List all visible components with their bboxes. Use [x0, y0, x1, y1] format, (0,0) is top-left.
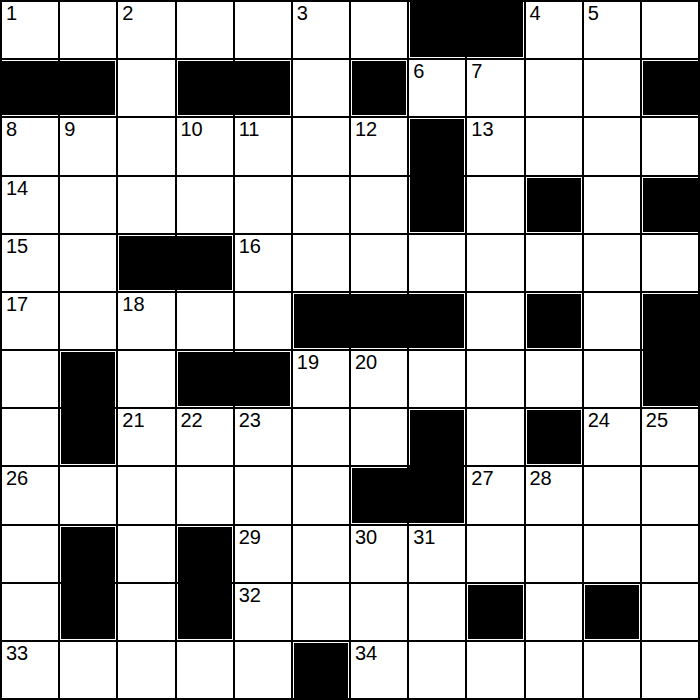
clue-number-31: 31 [413, 527, 435, 548]
block-r7c4 [177, 351, 233, 407]
block-r12c6 [293, 642, 349, 698]
clue-number-15: 15 [6, 236, 28, 257]
block-r2c2 [60, 60, 116, 116]
cell-r9c10[interactable]: 28 [526, 467, 582, 523]
cell-r2c10[interactable] [526, 60, 582, 116]
clue-number-14: 14 [6, 178, 28, 199]
clue-number-32: 32 [239, 585, 261, 606]
cell-r12c1[interactable]: 33 [2, 642, 58, 698]
block-r4c12 [642, 177, 698, 233]
cell-r8c1[interactable] [2, 409, 58, 465]
cell-r3c9[interactable]: 13 [467, 118, 523, 174]
cell-r8c6[interactable] [293, 409, 349, 465]
cell-r10c12[interactable] [642, 526, 698, 582]
cell-r4c7[interactable] [351, 177, 407, 233]
cell-r1c4[interactable] [177, 2, 233, 58]
cell-r1c3[interactable]: 2 [118, 2, 174, 58]
clue-number-24: 24 [588, 410, 610, 431]
block-r5c4 [177, 235, 233, 291]
clue-number-23: 23 [239, 410, 261, 431]
cell-r11c6[interactable] [293, 584, 349, 640]
block-r2c12 [642, 60, 698, 116]
block-r7c12 [642, 351, 698, 407]
block-r1c9 [467, 2, 523, 58]
clue-number-19: 19 [297, 352, 319, 373]
cell-r11c12[interactable] [642, 584, 698, 640]
cell-r10c8[interactable]: 31 [409, 526, 465, 582]
cell-r7c10[interactable] [526, 351, 582, 407]
block-r6c8 [409, 293, 465, 349]
cell-r1c5[interactable] [235, 2, 291, 58]
cell-r8c12[interactable]: 25 [642, 409, 698, 465]
cell-r9c5[interactable] [235, 467, 291, 523]
clue-number-17: 17 [6, 294, 28, 315]
clue-number-28: 28 [530, 468, 552, 489]
cell-r9c2[interactable] [60, 467, 116, 523]
clue-number-21: 21 [122, 410, 144, 431]
cell-r9c6[interactable] [293, 467, 349, 523]
cell-r9c4[interactable] [177, 467, 233, 523]
block-r11c4 [177, 584, 233, 640]
cell-r3c11[interactable] [584, 118, 640, 174]
cell-r8c11[interactable]: 24 [584, 409, 640, 465]
cell-r6c4[interactable] [177, 293, 233, 349]
cell-r3c6[interactable] [293, 118, 349, 174]
block-r2c5 [235, 60, 291, 116]
block-r11c11 [584, 584, 640, 640]
block-r2c4 [177, 60, 233, 116]
cell-r2c11[interactable] [584, 60, 640, 116]
clue-number-9: 9 [64, 119, 75, 140]
block-r9c8 [409, 467, 465, 523]
cell-r3c1[interactable]: 8 [2, 118, 58, 174]
cell-r6c9[interactable] [467, 293, 523, 349]
cell-r9c12[interactable] [642, 467, 698, 523]
block-r5c3 [118, 235, 174, 291]
clue-number-7: 7 [471, 61, 482, 82]
cell-r5c10[interactable] [526, 235, 582, 291]
cell-r7c3[interactable] [118, 351, 174, 407]
cell-r1c11[interactable]: 5 [584, 2, 640, 58]
cell-r2c6[interactable] [293, 60, 349, 116]
clue-number-18: 18 [122, 294, 144, 315]
clue-number-26: 26 [6, 468, 28, 489]
clue-number-13: 13 [471, 119, 493, 140]
cell-r10c3[interactable] [118, 526, 174, 582]
cell-r5c7[interactable] [351, 235, 407, 291]
cell-r9c11[interactable] [584, 467, 640, 523]
clue-number-12: 12 [355, 119, 377, 140]
cell-r2c3[interactable] [118, 60, 174, 116]
cell-r9c1[interactable]: 26 [2, 467, 58, 523]
cell-r7c11[interactable] [584, 351, 640, 407]
cell-r12c2[interactable] [60, 642, 116, 698]
cell-r1c2[interactable] [60, 2, 116, 58]
block-r11c9 [467, 584, 523, 640]
clue-number-25: 25 [646, 410, 668, 431]
clue-number-6: 6 [413, 61, 424, 82]
cell-r10c1[interactable] [2, 526, 58, 582]
cell-r5c11[interactable] [584, 235, 640, 291]
cell-r7c6[interactable]: 19 [293, 351, 349, 407]
block-r2c7 [351, 60, 407, 116]
cell-r12c10[interactable] [526, 642, 582, 698]
cell-r12c9[interactable] [467, 642, 523, 698]
clue-number-3: 3 [297, 3, 308, 24]
block-r2c1 [2, 60, 58, 116]
block-r11c2 [60, 584, 116, 640]
block-r3c8 [409, 118, 465, 174]
block-r10c2 [60, 526, 116, 582]
cell-r11c10[interactable] [526, 584, 582, 640]
cell-r4c9[interactable] [467, 177, 523, 233]
block-r6c10 [526, 293, 582, 349]
block-r4c10 [526, 177, 582, 233]
cell-r12c4[interactable] [177, 642, 233, 698]
clue-number-1: 1 [6, 3, 17, 24]
cell-r8c7[interactable] [351, 409, 407, 465]
cell-r6c2[interactable] [60, 293, 116, 349]
cell-r8c4[interactable]: 22 [177, 409, 233, 465]
cell-r10c10[interactable] [526, 526, 582, 582]
cell-r4c2[interactable] [60, 177, 116, 233]
cell-r5c5[interactable]: 16 [235, 235, 291, 291]
cell-r5c2[interactable] [60, 235, 116, 291]
cell-r12c7[interactable]: 34 [351, 642, 407, 698]
cell-r8c3[interactable]: 21 [118, 409, 174, 465]
cell-r1c1[interactable]: 1 [2, 2, 58, 58]
cell-r7c1[interactable] [2, 351, 58, 407]
clue-number-4: 4 [530, 3, 541, 24]
cell-r10c9[interactable] [467, 526, 523, 582]
cell-r10c5[interactable]: 29 [235, 526, 291, 582]
cell-r2c9[interactable]: 7 [467, 60, 523, 116]
cell-r9c9[interactable]: 27 [467, 467, 523, 523]
cell-r4c1[interactable]: 14 [2, 177, 58, 233]
block-r6c12 [642, 293, 698, 349]
cell-r12c11[interactable] [584, 642, 640, 698]
cell-r4c11[interactable] [584, 177, 640, 233]
clue-number-2: 2 [122, 3, 133, 24]
cell-r5c9[interactable] [467, 235, 523, 291]
cell-r6c3[interactable]: 18 [118, 293, 174, 349]
cell-r11c1[interactable] [2, 584, 58, 640]
cell-r3c12[interactable] [642, 118, 698, 174]
block-r6c7 [351, 293, 407, 349]
clue-number-16: 16 [239, 236, 261, 257]
cell-r6c5[interactable] [235, 293, 291, 349]
block-r8c2 [60, 409, 116, 465]
cell-r4c3[interactable] [118, 177, 174, 233]
cell-r5c12[interactable] [642, 235, 698, 291]
crossword-board: 1234567891011121314151617181920212223242… [0, 0, 700, 700]
cell-r4c6[interactable] [293, 177, 349, 233]
clue-number-11: 11 [239, 119, 260, 140]
cell-r6c1[interactable]: 17 [2, 293, 58, 349]
block-r10c4 [177, 526, 233, 582]
clue-number-22: 22 [181, 410, 203, 431]
cell-r11c7[interactable] [351, 584, 407, 640]
cell-r3c3[interactable] [118, 118, 174, 174]
cell-r10c11[interactable] [584, 526, 640, 582]
cell-r1c7[interactable] [351, 2, 407, 58]
cell-r3c5[interactable]: 11 [235, 118, 291, 174]
cell-r11c3[interactable] [118, 584, 174, 640]
cell-r9c3[interactable] [118, 467, 174, 523]
clue-number-5: 5 [588, 3, 599, 24]
cell-r6c11[interactable] [584, 293, 640, 349]
cell-r1c10[interactable]: 4 [526, 2, 582, 58]
clue-number-34: 34 [355, 643, 377, 664]
clue-number-30: 30 [355, 527, 377, 548]
clue-number-33: 33 [6, 643, 28, 664]
cell-r4c4[interactable] [177, 177, 233, 233]
cell-r11c5[interactable]: 32 [235, 584, 291, 640]
cell-r12c8[interactable] [409, 642, 465, 698]
cell-r8c5[interactable]: 23 [235, 409, 291, 465]
cell-r10c7[interactable]: 30 [351, 526, 407, 582]
block-r4c8 [409, 177, 465, 233]
cell-r5c1[interactable]: 15 [2, 235, 58, 291]
block-r8c8 [409, 409, 465, 465]
block-r7c5 [235, 351, 291, 407]
cell-r10c6[interactable] [293, 526, 349, 582]
block-r8c10 [526, 409, 582, 465]
cell-r12c5[interactable] [235, 642, 291, 698]
clue-number-20: 20 [355, 352, 377, 373]
cell-r7c9[interactable] [467, 351, 523, 407]
cell-r12c3[interactable] [118, 642, 174, 698]
cell-r3c2[interactable]: 9 [60, 118, 116, 174]
cell-r3c7[interactable]: 12 [351, 118, 407, 174]
cell-r3c4[interactable]: 10 [177, 118, 233, 174]
block-r7c2 [60, 351, 116, 407]
cell-r7c7[interactable]: 20 [351, 351, 407, 407]
cell-r1c12[interactable] [642, 2, 698, 58]
cell-r4c5[interactable] [235, 177, 291, 233]
cell-r7c8[interactable] [409, 351, 465, 407]
clue-number-10: 10 [181, 119, 203, 140]
cell-r3c10[interactable] [526, 118, 582, 174]
cell-r5c6[interactable] [293, 235, 349, 291]
cell-r5c8[interactable] [409, 235, 465, 291]
block-r1c8 [409, 2, 465, 58]
block-r6c6 [293, 293, 349, 349]
cell-r12c12[interactable] [642, 642, 698, 698]
block-r9c7 [351, 467, 407, 523]
clue-number-8: 8 [6, 119, 17, 140]
cell-r11c8[interactable] [409, 584, 465, 640]
cell-r1c6[interactable]: 3 [293, 2, 349, 58]
clue-number-29: 29 [239, 527, 261, 548]
cell-r8c9[interactable] [467, 409, 523, 465]
cell-r2c8[interactable]: 6 [409, 60, 465, 116]
clue-number-27: 27 [471, 468, 493, 489]
